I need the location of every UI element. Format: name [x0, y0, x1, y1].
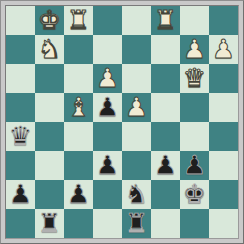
square-e1[interactable]: ♜: [122, 209, 151, 238]
square-h4[interactable]: [209, 122, 238, 151]
square-d2[interactable]: [93, 180, 122, 209]
white-rook[interactable]: ♜: [154, 6, 177, 35]
square-g2[interactable]: ♚: [180, 180, 209, 209]
square-a6[interactable]: [6, 64, 35, 93]
square-f4[interactable]: [151, 122, 180, 151]
square-e8[interactable]: [122, 6, 151, 35]
square-b4[interactable]: [35, 122, 64, 151]
square-d5[interactable]: ♟: [93, 93, 122, 122]
white-pawn[interactable]: ♟: [183, 35, 206, 64]
square-c3[interactable]: [64, 151, 93, 180]
square-h8[interactable]: [209, 6, 238, 35]
board-border: ♚♜♜♞♟♟♟♛♝♟♟♛♟♟♟♟♟♞♚♜♜: [5, 5, 239, 239]
square-e3[interactable]: [122, 151, 151, 180]
square-f1[interactable]: [151, 209, 180, 238]
square-d4[interactable]: [93, 122, 122, 151]
square-h2[interactable]: [209, 180, 238, 209]
square-e2[interactable]: ♞: [122, 180, 151, 209]
black-pawn[interactable]: ♟: [9, 180, 32, 209]
square-c5[interactable]: ♝: [64, 93, 93, 122]
square-f2[interactable]: [151, 180, 180, 209]
black-pawn[interactable]: ♟: [96, 93, 119, 122]
white-king[interactable]: ♚: [38, 6, 61, 35]
square-f3[interactable]: ♟: [151, 151, 180, 180]
square-f8[interactable]: ♜: [151, 6, 180, 35]
black-knight[interactable]: ♞: [125, 180, 148, 209]
square-h3[interactable]: [209, 151, 238, 180]
square-e7[interactable]: [122, 35, 151, 64]
square-g4[interactable]: [180, 122, 209, 151]
white-pawn[interactable]: ♟: [125, 93, 148, 122]
square-b1[interactable]: ♜: [35, 209, 64, 238]
square-e5[interactable]: ♟: [122, 93, 151, 122]
black-pawn[interactable]: ♟: [183, 151, 206, 180]
white-bishop[interactable]: ♝: [67, 93, 90, 122]
square-g5[interactable]: [180, 93, 209, 122]
black-rook[interactable]: ♜: [38, 209, 61, 238]
square-a1[interactable]: [6, 209, 35, 238]
black-pawn[interactable]: ♟: [154, 151, 177, 180]
black-king[interactable]: ♚: [183, 180, 206, 209]
white-pawn[interactable]: ♟: [96, 64, 119, 93]
square-f5[interactable]: [151, 93, 180, 122]
square-b6[interactable]: [35, 64, 64, 93]
black-rook[interactable]: ♜: [125, 209, 148, 238]
square-d8[interactable]: [93, 6, 122, 35]
square-b2[interactable]: [35, 180, 64, 209]
square-a2[interactable]: ♟: [6, 180, 35, 209]
square-d6[interactable]: ♟: [93, 64, 122, 93]
square-g8[interactable]: [180, 6, 209, 35]
square-c7[interactable]: [64, 35, 93, 64]
black-pawn[interactable]: ♟: [67, 180, 90, 209]
board-frame: ♚♜♜♞♟♟♟♛♝♟♟♛♟♟♟♟♟♞♚♜♜: [0, 0, 244, 244]
square-c1[interactable]: [64, 209, 93, 238]
square-b3[interactable]: [35, 151, 64, 180]
square-b7[interactable]: ♞: [35, 35, 64, 64]
square-h7[interactable]: ♟: [209, 35, 238, 64]
square-d1[interactable]: [93, 209, 122, 238]
square-h5[interactable]: [209, 93, 238, 122]
square-g3[interactable]: ♟: [180, 151, 209, 180]
black-pawn[interactable]: ♟: [96, 151, 119, 180]
square-c8[interactable]: ♜: [64, 6, 93, 35]
square-a5[interactable]: [6, 93, 35, 122]
square-e6[interactable]: [122, 64, 151, 93]
square-b5[interactable]: [35, 93, 64, 122]
square-e4[interactable]: [122, 122, 151, 151]
white-rook[interactable]: ♜: [67, 6, 90, 35]
square-a3[interactable]: [6, 151, 35, 180]
square-f6[interactable]: [151, 64, 180, 93]
white-knight[interactable]: ♞: [38, 35, 61, 64]
square-b8[interactable]: ♚: [35, 6, 64, 35]
square-c6[interactable]: [64, 64, 93, 93]
square-g7[interactable]: ♟: [180, 35, 209, 64]
square-g6[interactable]: ♛: [180, 64, 209, 93]
black-queen[interactable]: ♛: [9, 122, 32, 151]
square-h1[interactable]: [209, 209, 238, 238]
square-c4[interactable]: [64, 122, 93, 151]
square-f7[interactable]: [151, 35, 180, 64]
square-a8[interactable]: [6, 6, 35, 35]
square-g1[interactable]: [180, 209, 209, 238]
square-d3[interactable]: ♟: [93, 151, 122, 180]
white-pawn[interactable]: ♟: [212, 35, 235, 64]
white-queen[interactable]: ♛: [183, 64, 206, 93]
square-h6[interactable]: [209, 64, 238, 93]
square-a4[interactable]: ♛: [6, 122, 35, 151]
chess-board[interactable]: ♚♜♜♞♟♟♟♛♝♟♟♛♟♟♟♟♟♞♚♜♜: [6, 6, 238, 238]
square-a7[interactable]: [6, 35, 35, 64]
square-d7[interactable]: [93, 35, 122, 64]
square-c2[interactable]: ♟: [64, 180, 93, 209]
